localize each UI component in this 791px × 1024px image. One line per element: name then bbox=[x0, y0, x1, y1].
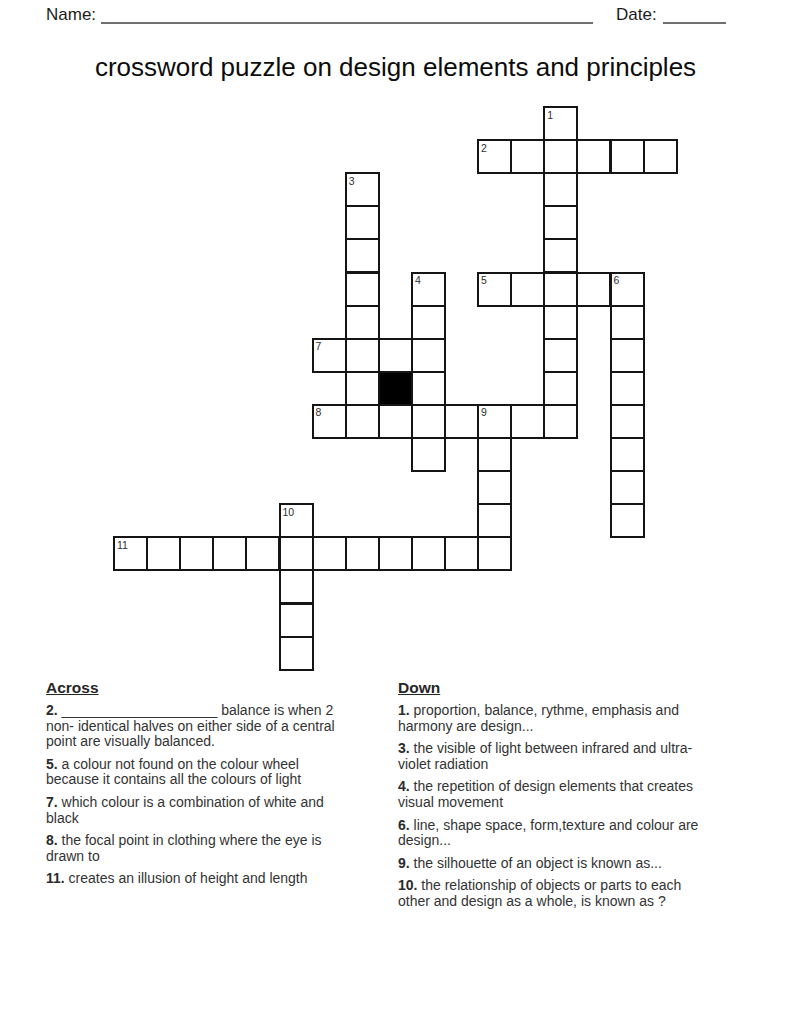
grid-cell[interactable] bbox=[643, 139, 678, 174]
page-title: crossword puzzle on design elements and … bbox=[0, 52, 791, 83]
down-clue-1: 1. proportion, balance, rythme, emphasis… bbox=[398, 703, 701, 734]
grid-cell[interactable] bbox=[245, 536, 280, 571]
grid-cell[interactable] bbox=[345, 404, 380, 439]
grid-cell[interactable] bbox=[576, 272, 611, 307]
grid-cell[interactable] bbox=[312, 536, 347, 571]
grid-cell[interactable] bbox=[477, 536, 512, 571]
grid-cell[interactable] bbox=[610, 305, 645, 340]
grid-cell[interactable] bbox=[345, 536, 380, 571]
grid-cell[interactable] bbox=[477, 503, 512, 538]
date-blank-line[interactable] bbox=[663, 3, 726, 24]
grid-cell[interactable] bbox=[279, 536, 314, 571]
grid-cell[interactable] bbox=[543, 338, 578, 373]
grid-cell[interactable] bbox=[543, 404, 578, 439]
grid-cell[interactable] bbox=[179, 536, 214, 571]
down-clue-9: 9. the silhouette of an object is known … bbox=[398, 856, 701, 872]
across-clue-7: 7. which colour is a combination of whit… bbox=[46, 795, 338, 826]
grid-cell[interactable] bbox=[345, 272, 380, 307]
grid-cell[interactable] bbox=[477, 139, 512, 174]
down-clue-4: 4. the repetition of design elements tha… bbox=[398, 779, 701, 810]
grid-cell[interactable] bbox=[477, 404, 512, 439]
grid-cell[interactable] bbox=[345, 205, 380, 240]
grid-cell[interactable] bbox=[543, 139, 578, 174]
grid-cell[interactable] bbox=[477, 470, 512, 505]
name-label: Name: bbox=[46, 5, 96, 25]
grid-cell[interactable] bbox=[543, 238, 578, 273]
name-blank-line[interactable] bbox=[101, 3, 593, 24]
grid-cell[interactable] bbox=[279, 636, 314, 671]
grid-cell[interactable] bbox=[444, 536, 479, 571]
grid-cell[interactable] bbox=[610, 437, 645, 472]
down-clues-section: Down 1. proportion, balance, rythme, emp… bbox=[398, 679, 701, 917]
across-clue-list: 2. ____________________ balance is when … bbox=[46, 703, 338, 887]
down-clue-list: 1. proportion, balance, rythme, emphasis… bbox=[398, 703, 701, 910]
grid-cell[interactable] bbox=[345, 338, 380, 373]
grid-cell[interactable] bbox=[212, 536, 247, 571]
down-heading: Down bbox=[398, 679, 701, 696]
grid-cell[interactable] bbox=[543, 205, 578, 240]
grid-cell[interactable] bbox=[312, 338, 347, 373]
grid-cell[interactable] bbox=[576, 139, 611, 174]
grid-cell[interactable] bbox=[510, 272, 545, 307]
grid-cell[interactable] bbox=[543, 371, 578, 406]
grid-cell[interactable] bbox=[610, 371, 645, 406]
grid-cell[interactable] bbox=[345, 371, 380, 406]
grid-cell[interactable] bbox=[510, 404, 545, 439]
grid-cell[interactable] bbox=[378, 338, 413, 373]
across-clue-11: 11. creates an illusion of height and le… bbox=[46, 871, 338, 887]
grid-cell[interactable] bbox=[543, 106, 578, 141]
crossword-worksheet: { "game": "crossword", "position": "....… bbox=[0, 0, 791, 1024]
grid-cell[interactable] bbox=[411, 536, 446, 571]
grid-cell[interactable] bbox=[345, 238, 380, 273]
grid-cell[interactable] bbox=[543, 272, 578, 307]
grid-cell[interactable] bbox=[345, 172, 380, 207]
grid-cell[interactable] bbox=[411, 371, 446, 406]
grid-cell[interactable] bbox=[411, 305, 446, 340]
grid-cell[interactable] bbox=[279, 603, 314, 638]
grid-cell[interactable] bbox=[610, 470, 645, 505]
across-heading: Across bbox=[46, 679, 338, 696]
grid-cell[interactable] bbox=[113, 536, 148, 571]
black-cell bbox=[378, 371, 413, 406]
across-clue-5: 5. a colour not found on the colour whee… bbox=[46, 757, 338, 788]
grid-cell[interactable] bbox=[610, 272, 645, 307]
grid-cell[interactable] bbox=[543, 172, 578, 207]
grid-cell[interactable] bbox=[279, 569, 314, 604]
across-clue-8: 8. the focal point in clothing where the… bbox=[46, 833, 338, 864]
down-clue-6: 6. line, shape space, form,texture and c… bbox=[398, 818, 701, 849]
grid-cell[interactable] bbox=[312, 404, 347, 439]
date-label: Date: bbox=[616, 5, 657, 25]
grid-cell[interactable] bbox=[279, 503, 314, 538]
grid-cell[interactable] bbox=[610, 503, 645, 538]
grid-cell[interactable] bbox=[610, 404, 645, 439]
grid-cell[interactable] bbox=[411, 338, 446, 373]
grid-cell[interactable] bbox=[543, 305, 578, 340]
down-clue-10: 10. the relationship of objects or parts… bbox=[398, 878, 701, 909]
grid-cell[interactable] bbox=[444, 404, 479, 439]
grid-cell[interactable] bbox=[477, 272, 512, 307]
grid-cell[interactable] bbox=[345, 305, 380, 340]
grid-cell[interactable] bbox=[146, 536, 181, 571]
across-clues-section: Across 2. ____________________ balance i… bbox=[46, 679, 338, 894]
grid-cell[interactable] bbox=[510, 139, 545, 174]
grid-cell[interactable] bbox=[411, 404, 446, 439]
grid-cell[interactable] bbox=[477, 437, 512, 472]
across-clue-2: 2. ____________________ balance is when … bbox=[46, 703, 338, 750]
grid-cell[interactable] bbox=[411, 272, 446, 307]
down-clue-3: 3. the visible of light between infrared… bbox=[398, 741, 701, 772]
crossword-grid: 1234567891011 bbox=[114, 107, 679, 672]
grid-cell[interactable] bbox=[610, 139, 645, 174]
grid-cell[interactable] bbox=[378, 404, 413, 439]
grid-cell[interactable] bbox=[411, 437, 446, 472]
grid-cell[interactable] bbox=[610, 338, 645, 373]
grid-cell[interactable] bbox=[378, 536, 413, 571]
